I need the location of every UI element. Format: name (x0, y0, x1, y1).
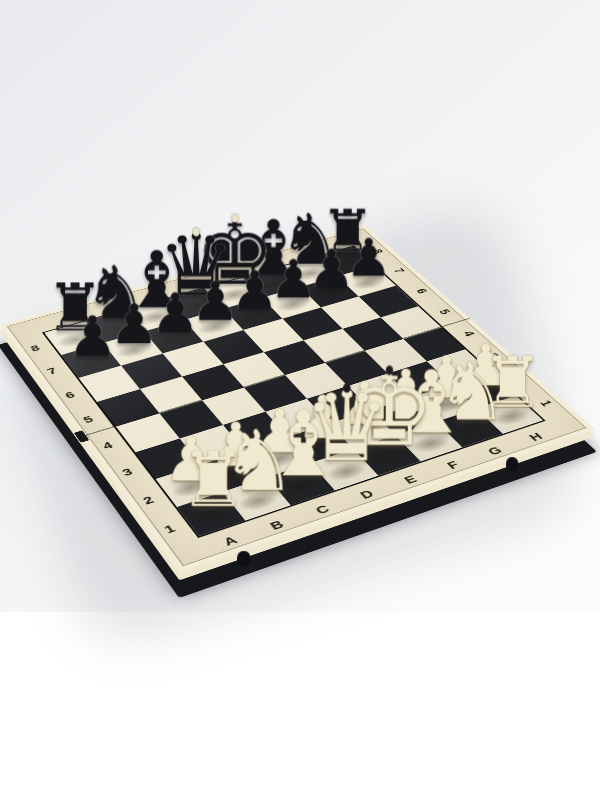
coordinate-label: 6 (413, 287, 431, 295)
coordinate-label: 7 (45, 365, 59, 376)
chess-photo-scene: 87654321 87654321 ABCDEFGH ♜♞♝♛♚♝♞♜♟♟♟♟♟… (0, 0, 600, 800)
coordinate-label: 4 (100, 439, 115, 451)
latch-knob-right[interactable] (506, 457, 519, 472)
latch-knob-left[interactable] (237, 551, 251, 567)
coordinate-label: 1 (161, 522, 178, 536)
piece-black-pawn[interactable]: ♟ (23, 310, 162, 363)
backdrop-foreground (0, 612, 600, 800)
piece-white-rook[interactable]: ♜ (135, 445, 291, 517)
coordinate-label: 5 (81, 414, 96, 426)
